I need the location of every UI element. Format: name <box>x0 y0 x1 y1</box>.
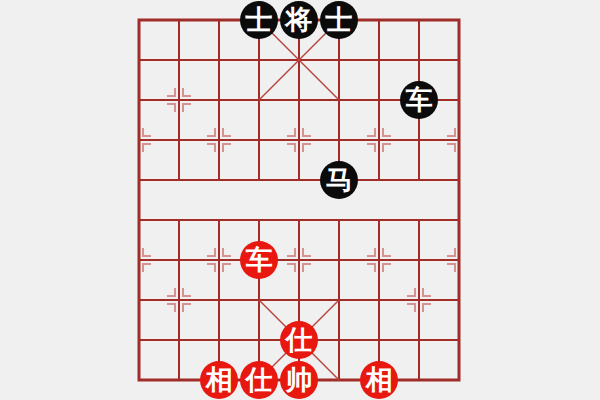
piece-red-elephant[interactable]: 相 <box>360 361 398 399</box>
piece-red-chariot[interactable]: 车 <box>240 241 278 279</box>
piece-red-advisor[interactable]: 仕 <box>280 321 318 359</box>
piece-black-general[interactable]: 将 <box>280 1 318 39</box>
piece-black-advisor[interactable]: 士 <box>320 1 358 39</box>
xiangqi-board[interactable]: 士将士车马车仕相仕帅相 <box>119 0 479 400</box>
piece-black-horse[interactable]: 马 <box>320 161 358 199</box>
piece-black-advisor[interactable]: 士 <box>240 1 278 39</box>
piece-black-chariot[interactable]: 车 <box>400 81 438 119</box>
piece-red-advisor[interactable]: 仕 <box>240 361 278 399</box>
piece-red-elephant[interactable]: 相 <box>200 361 238 399</box>
xiangqi-app-canvas: 士将士车马车仕相仕帅相 <box>0 0 600 400</box>
piece-red-general[interactable]: 帅 <box>280 361 318 399</box>
